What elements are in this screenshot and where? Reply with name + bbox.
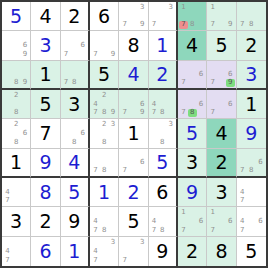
empty-candidate-slot (62, 70, 70, 78)
cell-r5c3[interactable]: 68 (61, 119, 90, 148)
cell-r9c2[interactable]: 6 (31, 237, 60, 266)
given-digit: 4 (39, 7, 51, 26)
empty-candidate-slot (150, 120, 158, 129)
empty-candidate-slot (12, 32, 21, 41)
empty-candidate-slot (120, 247, 129, 256)
given-digit: 6 (156, 183, 168, 202)
cell-r2c2[interactable]: 3 (31, 31, 60, 60)
empty-candidate-slot (109, 208, 118, 217)
candidate-7: 7 (3, 197, 12, 206)
given-digit: 4 (215, 124, 227, 143)
cell-r7c3[interactable]: 5 (61, 178, 90, 207)
empty-candidate-slot (21, 247, 30, 256)
cell-r9c1[interactable]: 47 (2, 237, 31, 266)
candidate-4: 4 (150, 217, 158, 226)
empty-candidate-slot (247, 226, 256, 235)
empty-candidate-slot (138, 91, 147, 100)
cell-r6c4[interactable]: 78 (90, 149, 119, 178)
cell-r4c9[interactable]: 1 (237, 90, 266, 119)
candidate-8: 8 (158, 109, 166, 118)
empty-candidate-slot (100, 41, 109, 50)
cell-r7c7[interactable]: 9 (178, 178, 207, 207)
empty-candidate-slot (197, 91, 206, 100)
empty-candidate-slot (167, 12, 175, 21)
candidate-8: 8 (100, 109, 109, 118)
empty-candidate-slot (120, 150, 129, 158)
cell-r4c2[interactable]: 5 (31, 90, 60, 119)
candidate-6: 6 (21, 129, 30, 138)
empty-candidate-slot (100, 217, 109, 226)
candidate-3: 3 (138, 3, 147, 12)
empty-candidate-slot (129, 247, 138, 256)
cell-r8c5[interactable]: 5 (119, 207, 148, 236)
candidate-6: 6 (21, 41, 30, 50)
cell-r7c2[interactable]: 8 (31, 178, 60, 207)
cell-r5c1[interactable]: 268 (2, 119, 31, 148)
candidate-8: 8 (70, 138, 78, 147)
given-digit: 1 (39, 65, 51, 84)
candidate-7: 7 (3, 256, 12, 265)
empty-candidate-slot (129, 12, 138, 21)
candidate-6: 6 (226, 100, 235, 109)
candidate-7: 7 (179, 109, 188, 118)
given-digit: 1 (245, 95, 257, 114)
empty-candidate-slot (100, 150, 109, 158)
empty-candidate-slot (208, 100, 217, 109)
empty-candidate-slot (158, 12, 166, 21)
empty-candidate-slot (256, 226, 265, 235)
empty-candidate-slot (179, 70, 188, 78)
empty-candidate-slot (217, 226, 226, 235)
empty-candidate-slot (109, 217, 118, 226)
cell-r2c1[interactable]: 69 (2, 31, 31, 60)
cell-r4c5[interactable]: 679 (119, 90, 148, 119)
candidate-grid: 678 (237, 149, 266, 176)
cell-r5c4[interactable]: 238 (90, 119, 119, 148)
empty-candidate-slot (217, 109, 226, 118)
solved-digit: 1 (98, 183, 110, 202)
cell-r5c8[interactable]: 4 (207, 119, 236, 148)
candidate-7: 7 (179, 226, 188, 235)
empty-candidate-slot (109, 158, 118, 166)
cell-r7c6[interactable]: 6 (149, 178, 178, 207)
empty-candidate-slot (150, 91, 158, 100)
candidate-grid: 679 (207, 61, 235, 88)
empty-candidate-slot (247, 208, 256, 217)
solved-digit: 6 (39, 242, 51, 261)
cell-r5c7[interactable]: 5 (178, 119, 207, 148)
empty-candidate-slot (226, 208, 235, 217)
candidate-grid: 678 (178, 90, 206, 118)
given-digit: 3 (186, 153, 198, 172)
empty-candidate-slot (79, 32, 87, 41)
cell-r7c4[interactable]: 1 (90, 178, 119, 207)
empty-candidate-slot (70, 50, 78, 59)
cell-r6c1[interactable]: 1 (2, 149, 31, 178)
candidate-4: 4 (3, 188, 12, 197)
sudoku-board: 5426379371781797869367798145289178542676… (0, 0, 268, 268)
empty-candidate-slot (79, 79, 87, 87)
empty-candidate-slot (109, 41, 118, 50)
empty-candidate-slot (109, 129, 118, 138)
empty-candidate-slot (158, 100, 166, 109)
candidate-grid: 467 (237, 207, 266, 235)
empty-candidate-slot (3, 109, 12, 118)
empty-candidate-slot (167, 100, 175, 109)
candidate-9: 9 (21, 79, 30, 87)
candidate-grid: 179 (207, 2, 235, 30)
candidate-7: 7 (120, 21, 129, 30)
candidate-4: 4 (91, 247, 100, 256)
empty-candidate-slot (188, 79, 197, 87)
empty-candidate-slot (217, 208, 226, 217)
empty-candidate-slot (167, 208, 175, 217)
candidate-grid: 67 (61, 31, 88, 59)
solved-digit: 5 (186, 124, 198, 143)
empty-candidate-slot (208, 62, 217, 70)
candidate-8: 8 (12, 109, 21, 118)
empty-candidate-slot (129, 256, 138, 265)
cell-r6c9[interactable]: 678 (237, 149, 266, 178)
empty-candidate-slot (238, 208, 247, 217)
cell-r2c3[interactable]: 67 (61, 31, 90, 60)
candidate-7: 7 (208, 109, 217, 118)
candidate-8: 8 (100, 167, 109, 175)
cell-r6c3[interactable]: 4 (61, 149, 90, 178)
cell-r4c7[interactable]: 678 (178, 90, 207, 119)
empty-candidate-slot (3, 62, 12, 70)
cell-r7c8[interactable]: 3 (207, 178, 236, 207)
empty-candidate-slot (197, 208, 206, 217)
cell-r5c2[interactable]: 7 (31, 119, 60, 148)
cell-r3c8[interactable]: 679 (207, 61, 236, 90)
empty-candidate-slot (79, 62, 87, 70)
given-digit: 8 (215, 242, 227, 261)
cell-r4c3[interactable]: 3 (61, 90, 90, 119)
empty-candidate-slot (12, 247, 21, 256)
empty-candidate-slot (70, 32, 78, 41)
empty-candidate-slot (150, 208, 158, 217)
candidate-7: 7 (238, 21, 247, 30)
candidate-7: 7 (238, 167, 247, 175)
empty-candidate-slot (129, 3, 138, 12)
candidate-grid: 78 (237, 2, 266, 30)
candidate-1: 1 (179, 3, 188, 12)
cell-r1c1[interactable]: 5 (2, 2, 31, 31)
given-digit: 2 (68, 7, 80, 26)
empty-candidate-slot (3, 120, 12, 129)
candidate-grid: 68 (61, 119, 88, 147)
cell-r1c5[interactable]: 379 (119, 2, 148, 31)
cell-r7c9[interactable]: 47 (237, 178, 266, 207)
candidate-8: 8 (247, 167, 256, 175)
empty-candidate-slot (188, 208, 197, 217)
empty-candidate-slot (91, 238, 100, 247)
candidate-grid: 24789 (90, 90, 118, 118)
candidate-2: 2 (100, 120, 109, 129)
empty-candidate-slot (158, 129, 166, 138)
cell-r1c6[interactable]: 37 (149, 2, 178, 31)
cell-r2c5[interactable]: 8 (119, 31, 148, 60)
given-digit: 2 (39, 212, 51, 231)
empty-candidate-slot (158, 208, 166, 217)
empty-candidate-slot (91, 158, 100, 166)
candidate-3: 3 (167, 120, 175, 129)
cell-r9c4[interactable]: 347 (90, 237, 119, 266)
empty-candidate-slot (91, 138, 100, 147)
empty-candidate-slot (158, 21, 166, 30)
empty-candidate-slot (91, 150, 100, 158)
empty-candidate-slot (120, 3, 129, 12)
cell-r9c8[interactable]: 8 (207, 237, 236, 266)
cell-r3c1[interactable]: 89 (2, 61, 31, 90)
empty-candidate-slot (197, 21, 206, 30)
given-digit: 3 (68, 95, 80, 114)
cell-r6c5[interactable]: 67 (119, 149, 148, 178)
cell-r2c8[interactable]: 5 (207, 31, 236, 60)
empty-candidate-slot (217, 217, 226, 226)
empty-candidate-slot (62, 138, 70, 147)
empty-candidate-slot (21, 32, 30, 41)
solved-digit: 4 (127, 65, 139, 84)
empty-candidate-slot (217, 91, 226, 100)
empty-candidate-slot (150, 3, 158, 12)
empty-candidate-slot (197, 226, 206, 235)
cell-r7c1[interactable]: 47 (2, 178, 31, 207)
candidate-6: 6 (226, 70, 235, 78)
empty-candidate-slot (109, 256, 118, 265)
cell-r1c3[interactable]: 2 (61, 2, 90, 31)
empty-candidate-slot (12, 188, 21, 197)
empty-candidate-slot (70, 120, 78, 129)
cell-r9c6[interactable]: 9 (149, 237, 178, 266)
cell-r9c5[interactable]: 37 (119, 237, 148, 266)
cell-r3c6[interactable]: 2 (149, 61, 178, 90)
cell-r7c5[interactable]: 2 (119, 178, 148, 207)
empty-candidate-slot (226, 62, 235, 70)
empty-candidate-slot (21, 62, 30, 70)
empty-candidate-slot (100, 256, 109, 265)
empty-candidate-slot (247, 188, 256, 197)
given-digit: 5 (39, 95, 51, 114)
cell-r2c6[interactable]: 1 (149, 31, 178, 60)
candidate-2: 2 (100, 91, 109, 100)
empty-candidate-slot (3, 91, 12, 100)
candidate-4: 4 (238, 188, 247, 197)
cell-r3c5[interactable]: 4 (119, 61, 148, 90)
empty-candidate-slot (109, 226, 118, 235)
empty-candidate-slot (21, 238, 30, 247)
candidate-7: 7 (238, 226, 247, 235)
candidate-grid: 238 (90, 119, 118, 147)
cell-r8c2[interactable]: 2 (31, 207, 60, 236)
candidate-9: 9 (109, 50, 118, 59)
candidate-4: 4 (91, 217, 100, 226)
empty-candidate-slot (91, 129, 100, 138)
cell-r1c2[interactable]: 4 (31, 2, 60, 31)
cell-r3c7[interactable]: 67 (178, 61, 207, 90)
cell-r3c4[interactable]: 5 (90, 61, 119, 90)
cell-r6c6[interactable]: 5 (149, 149, 178, 178)
candidate-8: 8 (100, 226, 109, 235)
cell-r3c2[interactable]: 1 (31, 61, 60, 90)
empty-candidate-slot (62, 62, 70, 70)
cell-r8c6[interactable]: 478 (149, 207, 178, 236)
candidate-8: 8 (12, 79, 21, 87)
empty-candidate-slot (188, 226, 197, 235)
empty-candidate-slot (12, 41, 21, 50)
candidate-9: 9 (226, 21, 235, 30)
empty-candidate-slot (120, 12, 129, 21)
empty-candidate-slot (12, 256, 21, 265)
empty-candidate-slot (238, 3, 247, 12)
cell-r2c4[interactable]: 79 (90, 31, 119, 60)
candidate-7: 7 (120, 167, 129, 175)
cell-r6c2[interactable]: 9 (31, 149, 60, 178)
empty-candidate-slot (226, 109, 235, 118)
empty-candidate-slot (129, 158, 138, 166)
empty-candidate-slot (109, 91, 118, 100)
cell-r6c8[interactable]: 2 (207, 149, 236, 178)
empty-candidate-slot (138, 150, 147, 158)
cell-r8c3[interactable]: 9 (61, 207, 90, 236)
empty-candidate-slot (21, 100, 30, 109)
empty-candidate-slot (3, 32, 12, 41)
empty-candidate-slot (247, 158, 256, 166)
given-digit: 1 (127, 124, 139, 143)
empty-candidate-slot (100, 247, 109, 256)
empty-candidate-slot (109, 138, 118, 147)
empty-candidate-slot (91, 120, 100, 129)
empty-candidate-slot (21, 256, 30, 265)
empty-candidate-slot (138, 256, 147, 265)
given-digit: 1 (10, 153, 22, 172)
candidate-6: 6 (197, 100, 206, 109)
candidate-grid: 478 (90, 207, 118, 235)
solved-digit: 9 (245, 124, 257, 143)
candidate-grid: 37 (119, 237, 147, 266)
candidate-7: 7 (91, 50, 100, 59)
given-digit: 2 (245, 36, 257, 55)
empty-candidate-slot (256, 3, 265, 12)
cell-r2c7[interactable]: 4 (178, 31, 207, 60)
candidate-7: 7 (120, 256, 129, 265)
candidate-7: 7 (91, 226, 100, 235)
empty-candidate-slot (109, 167, 118, 175)
candidate-grid: 47 (2, 178, 30, 206)
empty-candidate-slot (21, 138, 30, 147)
empty-candidate-slot (3, 50, 12, 59)
candidate-9: 9 (138, 109, 147, 118)
empty-candidate-slot (226, 91, 235, 100)
cell-r9c9[interactable]: 5 (237, 237, 266, 266)
empty-candidate-slot (70, 129, 78, 138)
empty-candidate-slot (179, 217, 188, 226)
given-digit: 5 (245, 242, 257, 261)
empty-candidate-slot (188, 100, 197, 109)
candidate-8: 8 (158, 138, 166, 147)
empty-candidate-slot (158, 3, 166, 12)
empty-candidate-slot (129, 91, 138, 100)
empty-candidate-slot (129, 150, 138, 158)
cell-r5c9[interactable]: 9 (237, 119, 266, 148)
candidate-grid: 47 (237, 178, 266, 206)
empty-candidate-slot (100, 32, 109, 41)
empty-candidate-slot (129, 21, 138, 30)
candidate-6: 6 (79, 129, 87, 138)
empty-candidate-slot (21, 120, 30, 129)
empty-candidate-slot (129, 109, 138, 118)
empty-candidate-slot (208, 91, 217, 100)
cell-r4c4[interactable]: 24789 (90, 90, 119, 119)
empty-candidate-slot (238, 150, 247, 158)
empty-candidate-slot (188, 217, 197, 226)
candidate-7: 7 (208, 21, 217, 30)
empty-candidate-slot (91, 32, 100, 41)
cell-r1c9[interactable]: 78 (237, 2, 266, 31)
empty-candidate-slot (70, 41, 78, 50)
cell-r1c7[interactable]: 178 (178, 2, 207, 31)
empty-candidate-slot (62, 32, 70, 41)
candidate-grid: 178 (178, 2, 206, 30)
cell-r8c1[interactable]: 3 (2, 207, 31, 236)
candidate-7: 7 (62, 79, 70, 87)
cell-r8c8[interactable]: 167 (207, 207, 236, 236)
empty-candidate-slot (188, 70, 197, 78)
cell-r5c5[interactable]: 1 (119, 119, 148, 148)
empty-candidate-slot (150, 12, 158, 21)
cell-r1c4[interactable]: 6 (90, 2, 119, 31)
cell-r1c8[interactable]: 179 (207, 2, 236, 31)
cell-r8c9[interactable]: 467 (237, 207, 266, 236)
solved-digit: 9 (39, 153, 51, 172)
empty-candidate-slot (256, 179, 265, 188)
empty-candidate-slot (12, 129, 21, 138)
empty-candidate-slot (179, 12, 188, 21)
empty-candidate-slot (188, 3, 197, 12)
candidate-grid: 78 (90, 149, 118, 176)
cell-r3c9[interactable]: 3 (237, 61, 266, 90)
candidate-7: 7 (91, 167, 100, 175)
empty-candidate-slot (100, 100, 109, 109)
cell-r9c3[interactable]: 1 (61, 237, 90, 266)
cell-r5c6[interactable]: 38 (149, 119, 178, 148)
empty-candidate-slot (21, 109, 30, 118)
candidate-8: 8 (12, 138, 21, 147)
candidate-4: 4 (91, 100, 100, 109)
empty-candidate-slot (129, 238, 138, 247)
candidate-grid: 478 (149, 90, 176, 118)
candidate-grid: 167 (178, 207, 206, 235)
cell-r3c3[interactable]: 78 (61, 61, 90, 90)
empty-candidate-slot (226, 12, 235, 21)
cell-r6c7[interactable]: 3 (178, 149, 207, 178)
empty-candidate-slot (109, 150, 118, 158)
cell-r4c1[interactable]: 28 (2, 90, 31, 119)
candidate-grid: 28 (2, 90, 30, 118)
cell-r8c4[interactable]: 478 (90, 207, 119, 236)
cell-r9c7[interactable]: 2 (178, 237, 207, 266)
cell-r4c8[interactable]: 67 (207, 90, 236, 119)
candidate-3: 3 (138, 238, 147, 247)
empty-candidate-slot (238, 158, 247, 166)
candidate-3: 3 (109, 238, 118, 247)
cell-r8c7[interactable]: 167 (178, 207, 207, 236)
cell-r2c9[interactable]: 2 (237, 31, 266, 60)
empty-candidate-slot (238, 12, 247, 21)
cell-r4c6[interactable]: 478 (149, 90, 178, 119)
empty-candidate-slot (12, 179, 21, 188)
